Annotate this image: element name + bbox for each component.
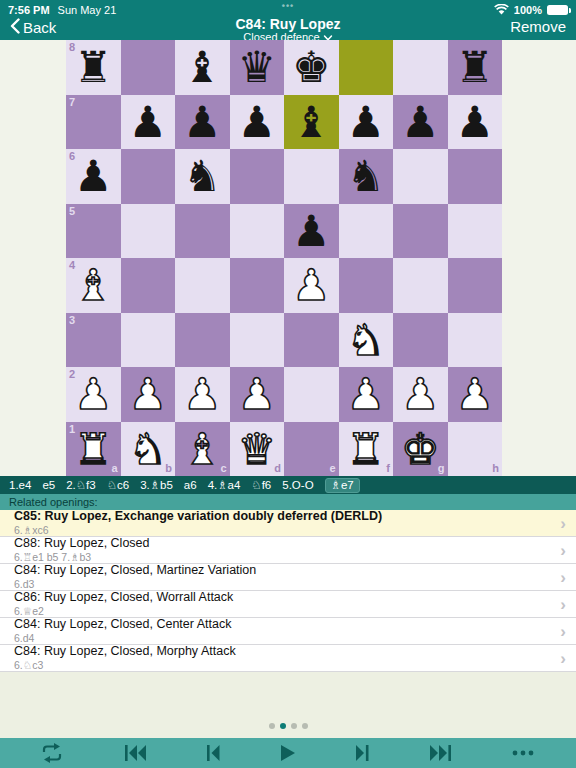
square-b2[interactable]: ♟ <box>121 367 176 422</box>
clock: 7:56 PM <box>8 4 50 16</box>
chevron-right-icon: › <box>560 623 566 640</box>
opening-title: C84: Ruy Lopez, Closed, Center Attack <box>14 618 560 632</box>
black-piece-r: ♜ <box>74 40 113 95</box>
chevron-left-icon <box>10 18 20 37</box>
chevron-right-icon: › <box>560 515 566 532</box>
square-e3[interactable] <box>284 313 339 368</box>
more-button[interactable] <box>512 750 534 756</box>
square-b8[interactable] <box>121 40 176 95</box>
square-b3[interactable] <box>121 313 176 368</box>
chevron-right-icon: › <box>560 542 566 559</box>
square-e5[interactable]: ♟ <box>284 204 339 259</box>
rank-label: 3 <box>69 315 75 326</box>
opening-title: C84: Ruy Lopez, Closed, Martinez Variati… <box>14 564 560 578</box>
back-button[interactable]: Back <box>10 18 56 37</box>
related-opening-row[interactable]: C88: Ruy Lopez, Closed6.♖e1 b5 7.♗b3› <box>0 537 576 564</box>
black-piece-p: ♟ <box>237 95 276 150</box>
square-b5[interactable] <box>121 204 176 259</box>
black-piece-b: ♝ <box>183 40 222 95</box>
square-g6[interactable] <box>393 149 448 204</box>
square-f6[interactable]: ♞ <box>339 149 394 204</box>
file-label: e <box>329 463 335 474</box>
square-d7[interactable]: ♟ <box>230 95 285 150</box>
opening-moves: 6.d3 <box>14 579 560 591</box>
white-piece-k: ♚ <box>401 422 440 477</box>
rank-label: 7 <box>69 97 75 108</box>
opening-moves: 6.♗xc6 <box>14 525 560 537</box>
file-label: g <box>438 463 445 474</box>
black-piece-q: ♛ <box>237 40 276 95</box>
square-d2[interactable]: ♟ <box>230 367 285 422</box>
black-piece-p: ♟ <box>183 95 222 150</box>
white-piece-r: ♜ <box>346 422 385 477</box>
square-c2[interactable]: ♟ <box>175 367 230 422</box>
square-f8[interactable] <box>339 40 394 95</box>
white-piece-n: ♞ <box>128 422 167 477</box>
square-e8[interactable]: ♚ <box>284 40 339 95</box>
flip-board-button[interactable] <box>40 743 64 763</box>
white-piece-p: ♟ <box>237 367 276 422</box>
rank-label: 8 <box>69 42 75 53</box>
square-d5[interactable] <box>230 204 285 259</box>
square-f2[interactable]: ♟ <box>339 367 394 422</box>
square-g7[interactable]: ♟ <box>393 95 448 150</box>
square-g5[interactable] <box>393 204 448 259</box>
square-h1[interactable]: h <box>448 422 503 477</box>
page-dot-0[interactable] <box>269 723 275 729</box>
square-h8[interactable]: ♜ <box>448 40 503 95</box>
move-token[interactable]: 2.♘f3 <box>66 478 96 492</box>
square-b1[interactable]: ♞b <box>121 422 176 477</box>
white-piece-q: ♛ <box>237 422 276 477</box>
move-token[interactable]: 5.O-O <box>282 479 313 491</box>
skip-to-start-button[interactable] <box>125 745 146 761</box>
square-d3[interactable] <box>230 313 285 368</box>
black-piece-p: ♟ <box>346 95 385 150</box>
square-b6[interactable] <box>121 149 176 204</box>
chess-board: ♜8♝♛♚♜7♟♟♟♝♟♟♟♟6♞♞5♟♝4♟3♞♟2♟♟♟♟♟♟♜1a♞b♝c… <box>66 40 502 476</box>
move-token[interactable]: 1.e4 <box>9 479 31 491</box>
file-label: f <box>386 463 390 474</box>
play-button[interactable] <box>281 745 295 761</box>
black-piece-n: ♞ <box>183 149 222 204</box>
square-a1[interactable]: ♜1a <box>66 422 121 477</box>
related-openings-list: C85: Ruy Lopez, Exchange variation doubl… <box>0 510 576 672</box>
square-h2[interactable]: ♟ <box>448 367 503 422</box>
square-a6[interactable]: ♟6 <box>66 149 121 204</box>
square-d6[interactable] <box>230 149 285 204</box>
square-f1[interactable]: ♜f <box>339 422 394 477</box>
square-a7[interactable]: 7 <box>66 95 121 150</box>
white-piece-n: ♞ <box>346 313 385 368</box>
square-b7[interactable]: ♟ <box>121 95 176 150</box>
square-c1[interactable]: ♝c <box>175 422 230 477</box>
black-piece-p: ♟ <box>401 95 440 150</box>
move-token[interactable]: e5 <box>42 479 55 491</box>
square-g2[interactable]: ♟ <box>393 367 448 422</box>
rank-label: 5 <box>69 206 75 217</box>
file-label: d <box>274 463 281 474</box>
related-opening-row[interactable]: C84: Ruy Lopez, Closed, Morphy Attack6.♘… <box>0 645 576 672</box>
square-a2[interactable]: ♟2 <box>66 367 121 422</box>
opening-moves: 6.♕e2 <box>14 606 560 618</box>
square-f7[interactable]: ♟ <box>339 95 394 150</box>
move-token[interactable]: ♘f6 <box>251 478 271 492</box>
square-c7[interactable]: ♟ <box>175 95 230 150</box>
page-dot-2[interactable] <box>291 723 297 729</box>
square-e4[interactable]: ♟ <box>284 258 339 313</box>
black-piece-b: ♝ <box>292 95 331 150</box>
white-piece-p: ♟ <box>292 258 331 313</box>
square-f3[interactable]: ♞ <box>339 313 394 368</box>
page-dot-1[interactable] <box>280 723 286 729</box>
opening-title: C86: Ruy Lopez, Closed, Worrall Attack <box>14 591 560 605</box>
black-piece-p: ♟ <box>292 204 331 259</box>
opening-title: C85: Ruy Lopez, Exchange variation doubl… <box>14 510 560 524</box>
white-piece-p: ♟ <box>128 367 167 422</box>
black-piece-k: ♚ <box>292 40 331 95</box>
related-openings-header: Related openings: <box>0 494 576 510</box>
chevron-right-icon: › <box>560 569 566 586</box>
move-token[interactable]: ♘c6 <box>107 478 129 492</box>
rank-label: 4 <box>69 260 75 271</box>
opening-moves: 6.♖e1 b5 7.♗b3 <box>14 552 560 564</box>
opening-title: C88: Ruy Lopez, Closed <box>14 537 560 551</box>
white-piece-p: ♟ <box>455 367 494 422</box>
page-dot-3[interactable] <box>302 723 308 729</box>
related-opening-row[interactable]: C86: Ruy Lopez, Closed, Worrall Attack6.… <box>0 591 576 618</box>
battery-percent: 100% <box>514 4 542 16</box>
date: Sun May 21 <box>58 4 117 16</box>
rank-label: 2 <box>69 369 75 380</box>
page-title: C84: Ruy Lopez <box>235 17 340 32</box>
opening-title: C84: Ruy Lopez, Closed, Morphy Attack <box>14 645 560 659</box>
square-a8[interactable]: ♜8 <box>66 40 121 95</box>
board-area: ♜8♝♛♚♜7♟♟♟♝♟♟♟♟6♞♞5♟♝4♟3♞♟2♟♟♟♟♟♟♜1a♞b♝c… <box>0 40 576 476</box>
white-piece-b: ♝ <box>183 422 222 477</box>
move-token[interactable]: 4.♗a4 <box>208 478 241 492</box>
remove-button[interactable]: Remove <box>510 18 566 35</box>
square-a3[interactable]: 3 <box>66 313 121 368</box>
app-header: 7:56 PM Sun May 21 ••• 100% Back Remove … <box>0 0 576 40</box>
square-d4[interactable] <box>230 258 285 313</box>
move-token[interactable]: a6 <box>184 479 197 491</box>
opening-moves: 6.d4 <box>14 633 560 645</box>
white-piece-b: ♝ <box>74 258 113 313</box>
black-piece-n: ♞ <box>346 149 385 204</box>
square-g3[interactable] <box>393 313 448 368</box>
page-control[interactable] <box>269 723 308 729</box>
square-d8[interactable]: ♛ <box>230 40 285 95</box>
next-move-button[interactable] <box>356 745 369 761</box>
related-opening-row[interactable]: C84: Ruy Lopez, Closed, Center Attack6.d… <box>0 618 576 645</box>
white-piece-r: ♜ <box>74 422 113 477</box>
square-a4[interactable]: ♝4 <box>66 258 121 313</box>
white-piece-p: ♟ <box>183 367 222 422</box>
square-g1[interactable]: ♚g <box>393 422 448 477</box>
black-piece-p: ♟ <box>455 95 494 150</box>
chevron-right-icon: › <box>560 596 566 613</box>
square-h7[interactable]: ♟ <box>448 95 503 150</box>
square-c4[interactable] <box>175 258 230 313</box>
move-token[interactable]: 3.♗b5 <box>140 478 173 492</box>
square-h6[interactable] <box>448 149 503 204</box>
black-piece-p: ♟ <box>128 95 167 150</box>
chevron-right-icon: › <box>560 650 566 667</box>
square-c3[interactable] <box>175 313 230 368</box>
square-a5[interactable]: 5 <box>66 204 121 259</box>
square-e2[interactable] <box>284 367 339 422</box>
white-piece-p: ♟ <box>346 367 385 422</box>
multitask-handle-icon: ••• <box>282 1 294 11</box>
black-piece-p: ♟ <box>74 149 113 204</box>
square-g4[interactable] <box>393 258 448 313</box>
square-c5[interactable] <box>175 204 230 259</box>
square-h5[interactable] <box>448 204 503 259</box>
square-h4[interactable] <box>448 258 503 313</box>
square-b4[interactable] <box>121 258 176 313</box>
wifi-icon <box>494 4 509 17</box>
battery-icon <box>547 5 568 15</box>
file-label: a <box>111 463 117 474</box>
square-f5[interactable] <box>339 204 394 259</box>
previous-move-button[interactable] <box>207 745 220 761</box>
rank-label: 1 <box>69 424 75 435</box>
bottom-toolbar <box>0 738 576 768</box>
square-d1[interactable]: ♛d <box>230 422 285 477</box>
related-opening-row[interactable]: C85: Ruy Lopez, Exchange variation doubl… <box>0 510 576 537</box>
square-h3[interactable] <box>448 313 503 368</box>
square-c6[interactable]: ♞ <box>175 149 230 204</box>
black-piece-r: ♜ <box>455 40 494 95</box>
opening-moves: 6.♘c3 <box>14 660 560 672</box>
related-opening-row[interactable]: C84: Ruy Lopez, Closed, Martinez Variati… <box>0 564 576 591</box>
white-piece-p: ♟ <box>401 367 440 422</box>
move-list-bar: 1.e4e52.♘f3♘c63.♗b5a64.♗a4♘f65.O-O♗e7 <box>0 476 576 494</box>
current-move[interactable]: ♗e7 <box>325 478 360 493</box>
white-piece-p: ♟ <box>74 367 113 422</box>
square-e1[interactable]: e <box>284 422 339 477</box>
rank-label: 6 <box>69 151 75 162</box>
file-label: b <box>165 463 172 474</box>
file-label: c <box>220 463 226 474</box>
file-label: h <box>492 463 499 474</box>
square-e6[interactable] <box>284 149 339 204</box>
square-g8[interactable] <box>393 40 448 95</box>
square-c8[interactable]: ♝ <box>175 40 230 95</box>
square-f4[interactable] <box>339 258 394 313</box>
skip-to-end-button[interactable] <box>430 745 451 761</box>
square-e7[interactable]: ♝ <box>284 95 339 150</box>
